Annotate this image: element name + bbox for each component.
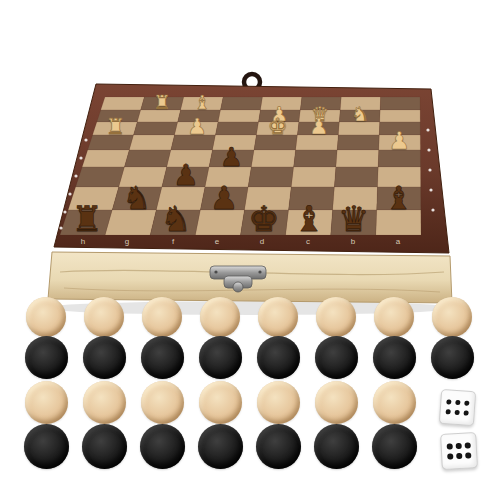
die-showing-6 <box>438 388 475 425</box>
piece-white-pawn-c3: ♟ <box>309 116 329 138</box>
piece-black-rook-h8: ♜ <box>71 202 102 237</box>
die-pip <box>447 453 453 459</box>
piece-black-pawn-f6: ♟ <box>173 161 199 190</box>
piece-black-knight-g7: ♞ <box>123 182 152 214</box>
die-pip <box>456 443 462 449</box>
piece-black-king-d8: ♚ <box>248 202 279 237</box>
piece-white-pawn-a4: ♟ <box>389 129 411 153</box>
piece-white-rook-g1: ♜ <box>154 93 171 112</box>
piece-black-bishop-c8: ♝ <box>294 202 325 237</box>
piece-black-queen-b8: ♛ <box>338 202 369 237</box>
piece-white-bishop-f1: ♝ <box>194 93 211 112</box>
dice-group <box>0 0 500 500</box>
piece-black-pawn-e5: ♟ <box>220 144 243 170</box>
die-pip <box>445 398 451 404</box>
piece-black-pawn-e7: ♟ <box>210 182 239 214</box>
die-showing-6 <box>440 432 478 470</box>
die-pip <box>465 442 471 448</box>
die-pip <box>456 453 462 459</box>
piece-white-pawn-f3: ♟ <box>187 116 207 138</box>
product-photo: hgfedcba ♛♝♚♞♜♝♟♞♟♟♟♟♚♟♜♞♛♟♝♜ <box>0 0 500 500</box>
die-pip <box>463 400 469 406</box>
piece-white-knight-b2: ♞ <box>351 104 369 124</box>
die-pip <box>445 408 451 414</box>
die-pip <box>463 410 469 416</box>
die-pip <box>465 453 471 459</box>
die-pip <box>454 409 460 415</box>
piece-black-knight-f8: ♞ <box>160 202 191 237</box>
die-pip <box>447 443 453 449</box>
piece-white-rook-h3: ♜ <box>106 116 126 138</box>
piece-black-bishop-a7: ♝ <box>384 182 413 214</box>
die-pip <box>454 399 460 405</box>
piece-white-king-d3: ♚ <box>268 116 288 138</box>
